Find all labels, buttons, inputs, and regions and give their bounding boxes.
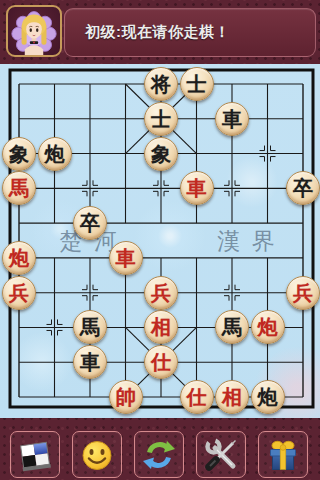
status-message: 初级:现在请你走棋！ [85,23,230,42]
board-button[interactable] [10,431,60,478]
xiangqi-piece-red-兵[interactable]: 兵 [286,276,320,310]
settings-button[interactable] [196,431,246,478]
checkerboard-icon [17,437,53,473]
xiangqi-piece-red-帥[interactable]: 帥 [109,380,143,414]
gift-button[interactable] [258,431,308,478]
smiley-button[interactable] [72,431,122,478]
xiangqi-piece-red-兵[interactable]: 兵 [144,276,178,310]
gift-icon [265,437,301,473]
xiangqi-piece-black-士[interactable]: 士 [180,67,214,101]
xiangqi-piece-red-仕[interactable]: 仕 [144,345,178,379]
message-box: 初级:现在请你走棋！ [64,8,316,57]
xiangqi-piece-red-仕[interactable]: 仕 [180,380,214,414]
xiangqi-piece-black-象[interactable]: 象 [144,137,178,171]
xiangqi-piece-black-将[interactable]: 将 [144,67,178,101]
xiangqi-piece-red-馬[interactable]: 馬 [2,171,36,205]
xiangqi-piece-red-車[interactable]: 車 [109,241,143,275]
tools-icon [203,437,239,473]
xiangqi-piece-black-卒[interactable]: 卒 [73,206,107,240]
avatar-button[interactable] [6,5,62,57]
xiangqi-piece-black-士[interactable]: 士 [144,102,178,136]
xiangqi-piece-red-相[interactable]: 相 [144,310,178,344]
smiley-icon [79,437,115,473]
xiangqi-piece-black-炮[interactable]: 炮 [38,137,72,171]
xiangqi-piece-red-炮[interactable]: 炮 [2,241,36,275]
xiangqi-piece-black-象[interactable]: 象 [2,137,36,171]
xiangqi-board[interactable]: 楚 河 漢 界 将士士車象炮象卒卒馬馬車炮馬車炮車兵兵兵相炮仕帥仕相 [0,64,320,418]
top-bar: 初级:现在请你走棋！ [0,0,320,64]
xiangqi-piece-black-車[interactable]: 車 [215,102,249,136]
xiangqi-piece-red-兵[interactable]: 兵 [2,276,36,310]
bottom-toolbar [0,418,320,480]
restart-button[interactable] [134,431,184,478]
refresh-icon [141,437,177,473]
xiangqi-piece-black-馬[interactable]: 馬 [215,310,249,344]
avatar-girl-icon [8,7,60,55]
xiangqi-piece-red-炮[interactable]: 炮 [251,310,285,344]
app-screen: 初级:现在请你走棋！ 楚 河 漢 界 将士士車象炮象卒卒馬馬車炮馬車炮車兵兵兵相… [0,0,320,480]
pieces-layer: 将士士車象炮象卒卒馬馬車炮馬車炮車兵兵兵相炮仕帥仕相 [0,64,320,418]
xiangqi-piece-black-馬[interactable]: 馬 [73,310,107,344]
xiangqi-piece-black-炮[interactable]: 炮 [251,380,285,414]
xiangqi-piece-black-卒[interactable]: 卒 [286,171,320,205]
xiangqi-piece-red-相[interactable]: 相 [215,380,249,414]
xiangqi-piece-black-車[interactable]: 車 [73,345,107,379]
xiangqi-piece-red-車[interactable]: 車 [180,171,214,205]
